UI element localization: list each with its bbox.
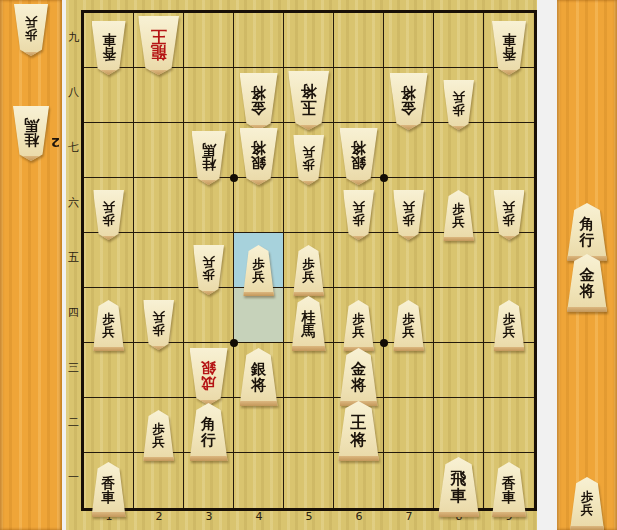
piece-king-sente[interactable]: 玉将: [288, 71, 329, 120]
board-cell-2-五[interactable]: [134, 233, 184, 288]
board-cell-4-七[interactable]: 銀将: [234, 123, 284, 178]
rank-labels: 九八七六五四三二一: [66, 10, 81, 505]
piece-promoted-silver-sente[interactable]: 成銀: [190, 348, 228, 395]
board-cell-8-四[interactable]: [434, 288, 484, 343]
piece-pawn-sente[interactable]: 歩兵: [143, 300, 174, 340]
board-cell-8-五[interactable]: [434, 233, 484, 288]
board-cell-8-六[interactable]: 歩兵: [434, 178, 484, 233]
board-cell-2-八[interactable]: [134, 68, 184, 123]
board-cell-3-九[interactable]: [184, 13, 234, 68]
board-cell-5-六[interactable]: [284, 178, 334, 233]
captured-knight-sente[interactable]: 桂馬: [13, 106, 49, 151]
board-cell-9-七[interactable]: [484, 123, 534, 178]
board-cell-6-五[interactable]: [334, 233, 384, 288]
rank-label-三: 三: [66, 340, 81, 395]
piece-pawn-gote[interactable]: 歩兵: [443, 190, 474, 230]
board-cell-4-四[interactable]: [234, 288, 284, 343]
rank-label-六: 六: [66, 175, 81, 230]
piece-lance-sente[interactable]: 香車: [92, 21, 126, 65]
board-cell-3-一[interactable]: [184, 453, 234, 508]
board-cell-2-四[interactable]: 歩兵: [134, 288, 184, 343]
piece-bishop-gote[interactable]: 角行: [190, 403, 228, 450]
board-cell-7-七[interactable]: [384, 123, 434, 178]
board-cell-8-九[interactable]: [434, 13, 484, 68]
board-cell-5-九[interactable]: [284, 13, 334, 68]
file-label-7: 7: [384, 508, 434, 530]
board-cell-2-三[interactable]: [134, 343, 184, 398]
board-cell-1-五[interactable]: [84, 233, 134, 288]
piece-gold-gote[interactable]: 金将: [340, 348, 378, 395]
piece-pawn-sente[interactable]: 歩兵: [393, 190, 424, 230]
board-cell-8-三[interactable]: [434, 343, 484, 398]
piece-pawn-sente[interactable]: 歩兵: [343, 190, 374, 230]
board-cell-7-八[interactable]: 金将: [384, 68, 434, 123]
board-cell-6-六[interactable]: 歩兵: [334, 178, 384, 233]
rank-label-九: 九: [66, 10, 81, 65]
board-cell-7-二[interactable]: [384, 398, 434, 453]
board-cell-2-二[interactable]: 歩兵: [134, 398, 184, 453]
board-cell-9-一[interactable]: 香車: [484, 453, 534, 508]
board-cell-2-九[interactable]: 龍王: [134, 13, 184, 68]
board-cell-1-二[interactable]: [84, 398, 134, 453]
board-cell-2-一[interactable]: [134, 453, 184, 508]
piece-gold-sente[interactable]: 金将: [390, 73, 428, 120]
piece-pawn-sente[interactable]: 歩兵: [193, 245, 224, 285]
board-area: 九八七六五四三二一 香車龍王香車金将玉将金将歩兵桂馬銀将歩兵銀将歩兵歩兵歩兵歩兵…: [66, 0, 537, 530]
piece-gold-sente[interactable]: 金将: [240, 73, 278, 120]
board-cell-4-一[interactable]: [234, 453, 284, 508]
rank-label-七: 七: [66, 120, 81, 175]
board-cell-4-八[interactable]: 金将: [234, 68, 284, 123]
captured-pawn-sente[interactable]: 歩兵: [14, 4, 48, 46]
board-cell-6-四[interactable]: 歩兵: [334, 288, 384, 343]
rank-label-二: 二: [66, 395, 81, 450]
rank-label-四: 四: [66, 285, 81, 340]
board-cell-9-二[interactable]: [484, 398, 534, 453]
captured-bishop-gote[interactable]: 角行: [567, 203, 607, 250]
board-cell-9-五[interactable]: [484, 233, 534, 288]
file-label-4: 4: [234, 508, 284, 530]
piece-lance-gote[interactable]: 香車: [492, 462, 526, 506]
board-cell-4-九[interactable]: [234, 13, 284, 68]
board-cell-7-九[interactable]: [384, 13, 434, 68]
board-cell-6-九[interactable]: [334, 13, 384, 68]
board-cell-4-六[interactable]: [234, 178, 284, 233]
file-label-6: 6: [334, 508, 384, 530]
piece-lance-gote[interactable]: 香車: [92, 462, 126, 506]
board-cell-4-五[interactable]: 歩兵: [234, 233, 284, 288]
board-cell-9-三[interactable]: [484, 343, 534, 398]
board-cell-5-八[interactable]: 玉将: [284, 68, 334, 123]
piece-lance-sente[interactable]: 香車: [492, 21, 526, 65]
board-cell-1-八[interactable]: [84, 68, 134, 123]
board-cell-6-二[interactable]: 王将: [334, 398, 384, 453]
piece-pawn-gote[interactable]: 歩兵: [393, 300, 424, 340]
board-cell-8-八[interactable]: 歩兵: [434, 68, 484, 123]
file-label-5: 5: [284, 508, 334, 530]
board-cell-4-三[interactable]: 銀将: [234, 343, 284, 398]
board-cell-7-四[interactable]: 歩兵: [384, 288, 434, 343]
rank-label-五: 五: [66, 230, 81, 285]
board-cell-2-七[interactable]: [134, 123, 184, 178]
board-cell-2-六[interactable]: [134, 178, 184, 233]
board-cell-3-八[interactable]: [184, 68, 234, 123]
shogi-board[interactable]: 香車龍王香車金将玉将金将歩兵桂馬銀将歩兵銀将歩兵歩兵歩兵歩兵歩兵歩兵歩兵歩兵歩兵…: [81, 10, 537, 511]
piece-pawn-gote[interactable]: 歩兵: [143, 410, 174, 450]
board-cell-1-一[interactable]: 香車: [84, 453, 134, 508]
piece-silver-sente[interactable]: 銀将: [340, 128, 378, 175]
board-cell-7-六[interactable]: 歩兵: [384, 178, 434, 233]
star-point: [380, 339, 388, 347]
board-cell-5-七[interactable]: 歩兵: [284, 123, 334, 178]
board-cell-5-四[interactable]: 桂馬: [284, 288, 334, 343]
board-cell-3-六[interactable]: [184, 178, 234, 233]
piece-knight-gote[interactable]: 桂馬: [292, 296, 326, 340]
board-cell-6-一[interactable]: [334, 453, 384, 508]
board-cell-8-一[interactable]: 飛車: [434, 453, 484, 508]
star-point: [230, 174, 238, 182]
board-cell-6-七[interactable]: 銀将: [334, 123, 384, 178]
board-cell-5-三[interactable]: [284, 343, 334, 398]
board-cell-9-六[interactable]: 歩兵: [484, 178, 534, 233]
piece-pawn-gote[interactable]: 歩兵: [494, 300, 525, 340]
gote-captured-stand: 角行金将歩兵: [557, 0, 617, 530]
piece-promoted-rook-sente[interactable]: 龍王: [138, 16, 179, 65]
file-label-3: 3: [184, 508, 234, 530]
sente-captured-stand: 歩兵桂馬2: [0, 0, 62, 530]
board-cell-9-九[interactable]: 香車: [484, 13, 534, 68]
piece-silver-sente[interactable]: 銀将: [240, 128, 278, 175]
board-cell-1-七[interactable]: [84, 123, 134, 178]
board-cell-3-七[interactable]: 桂馬: [184, 123, 234, 178]
board-cell-1-四[interactable]: 歩兵: [84, 288, 134, 343]
board-cell-7-五[interactable]: [384, 233, 434, 288]
board-cell-1-三[interactable]: [84, 343, 134, 398]
piece-rook-gote[interactable]: 飛車: [438, 457, 479, 506]
file-label-2: 2: [134, 508, 184, 530]
piece-pawn-sente[interactable]: 歩兵: [93, 190, 124, 230]
piece-pawn-gote[interactable]: 歩兵: [293, 245, 324, 285]
piece-silver-gote[interactable]: 銀将: [240, 348, 278, 395]
board-cell-7-一[interactable]: [384, 453, 434, 508]
board-cell-5-一[interactable]: [284, 453, 334, 508]
board-cell-3-二[interactable]: 角行: [184, 398, 234, 453]
captured-count: 2: [51, 135, 60, 150]
piece-pawn-gote[interactable]: 歩兵: [243, 245, 274, 285]
board-cell-6-三[interactable]: 金将: [334, 343, 384, 398]
shogi-app: 歩兵桂馬2 九八七六五四三二一 香車龍王香車金将玉将金将歩兵桂馬銀将歩兵銀将歩兵…: [0, 0, 617, 530]
board-cell-5-五[interactable]: 歩兵: [284, 233, 334, 288]
board-cell-3-四[interactable]: [184, 288, 234, 343]
board-cell-6-八[interactable]: [334, 68, 384, 123]
board-cell-8-二[interactable]: [434, 398, 484, 453]
board-cell-1-六[interactable]: 歩兵: [84, 178, 134, 233]
board-cell-3-五[interactable]: 歩兵: [184, 233, 234, 288]
board-cell-3-三[interactable]: 成銀: [184, 343, 234, 398]
piece-pawn-gote[interactable]: 歩兵: [343, 300, 374, 340]
board-cell-9-四[interactable]: 歩兵: [484, 288, 534, 343]
board-cell-7-三[interactable]: [384, 343, 434, 398]
board-cell-8-七[interactable]: [434, 123, 484, 178]
piece-pawn-sente[interactable]: 歩兵: [443, 80, 474, 120]
piece-king-gote[interactable]: 王将: [338, 401, 379, 450]
star-point: [380, 174, 388, 182]
piece-knight-sente[interactable]: 桂馬: [192, 131, 226, 175]
star-point: [230, 339, 238, 347]
board-cell-1-九[interactable]: 香車: [84, 13, 134, 68]
captured-gold-gote[interactable]: 金将: [567, 254, 607, 301]
rank-label-一: 一: [66, 450, 81, 505]
rank-label-八: 八: [66, 65, 81, 120]
piece-pawn-sente[interactable]: 歩兵: [494, 190, 525, 230]
board-cell-9-八[interactable]: [484, 68, 534, 123]
board-cell-5-二[interactable]: [284, 398, 334, 453]
board-cell-4-二[interactable]: [234, 398, 284, 453]
captured-pawn-gote[interactable]: 歩兵: [570, 477, 604, 519]
piece-pawn-gote[interactable]: 歩兵: [93, 300, 124, 340]
piece-pawn-sente[interactable]: 歩兵: [293, 135, 324, 175]
